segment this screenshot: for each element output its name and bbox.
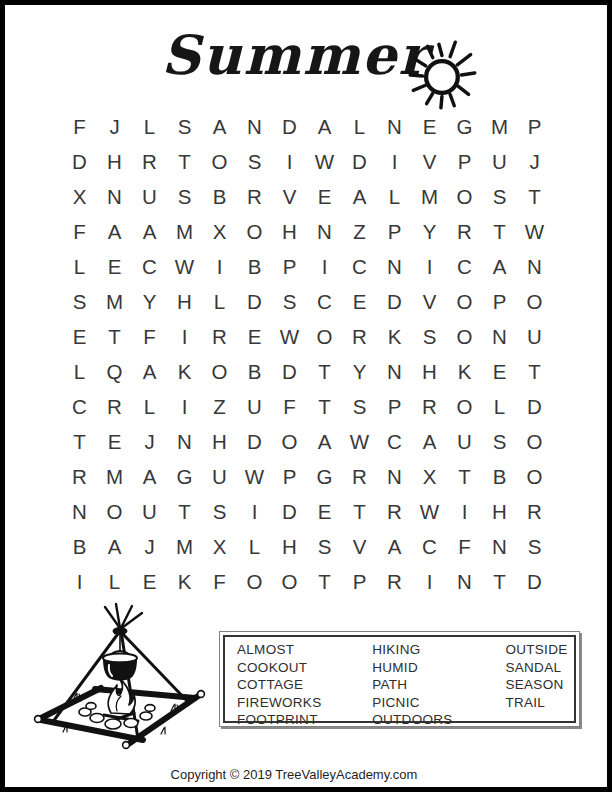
grid-cell-r8c14: T bbox=[517, 354, 552, 389]
grid-cell-r3c1: X bbox=[62, 179, 97, 214]
grid-cell-r2c4: T bbox=[167, 144, 202, 179]
grid-cell-r5c10: N bbox=[377, 249, 412, 284]
grid-cell-r1c12: G bbox=[447, 109, 482, 144]
grid-cell-r13c5: X bbox=[202, 529, 237, 564]
grid-cell-r3c5: B bbox=[202, 179, 237, 214]
grid-cell-r12c9: T bbox=[342, 494, 377, 529]
grid-cell-r6c1: S bbox=[62, 284, 97, 319]
grid-cell-r11c1: R bbox=[62, 459, 97, 494]
grid-cell-r8c2: Q bbox=[97, 354, 132, 389]
grid-cell-r11c8: G bbox=[307, 459, 342, 494]
grid-cell-r2c14: J bbox=[517, 144, 552, 179]
grid-cell-r11c7: P bbox=[272, 459, 307, 494]
grid-cell-r14c7: O bbox=[272, 564, 307, 599]
grid-cell-r14c12: N bbox=[447, 564, 482, 599]
grid-cell-r8c3: A bbox=[132, 354, 167, 389]
grid-cell-r10c6: D bbox=[237, 424, 272, 459]
grid-cell-r10c14: O bbox=[517, 424, 552, 459]
grid-cell-r13c4: M bbox=[167, 529, 202, 564]
grid-cell-r5c9: C bbox=[342, 249, 377, 284]
grid-cell-r2c12: P bbox=[447, 144, 482, 179]
grid-cell-r14c14: D bbox=[517, 564, 552, 599]
grid-cell-r10c9: W bbox=[342, 424, 377, 459]
grid-cell-r1c10: N bbox=[377, 109, 412, 144]
grid-cell-r12c6: I bbox=[237, 494, 272, 529]
letter-grid: FJLSANDALNEGMPDHRTOSIWDIVPUJXNUSBRVEALMO… bbox=[62, 109, 552, 599]
grid-cell-r12c11: W bbox=[412, 494, 447, 529]
word-item: FIREWORKS bbox=[237, 694, 372, 712]
grid-cell-r7c4: I bbox=[167, 319, 202, 354]
grid-cell-r13c11: C bbox=[412, 529, 447, 564]
grid-cell-r1c4: S bbox=[167, 109, 202, 144]
grid-cell-r1c7: D bbox=[272, 109, 307, 144]
grid-cell-r14c3: E bbox=[132, 564, 167, 599]
grid-cell-r10c8: A bbox=[307, 424, 342, 459]
grid-cell-r6c5: L bbox=[202, 284, 237, 319]
grid-cell-r11c4: G bbox=[167, 459, 202, 494]
grid-cell-r13c1: B bbox=[62, 529, 97, 564]
word-item: OUTDOORS bbox=[372, 711, 505, 729]
grid-cell-r3c9: A bbox=[342, 179, 377, 214]
grid-cell-r5c8: I bbox=[307, 249, 342, 284]
grid-cell-r9c14: D bbox=[517, 389, 552, 424]
grid-cell-r10c3: J bbox=[132, 424, 167, 459]
grid-cell-r3c12: O bbox=[447, 179, 482, 214]
grid-cell-r13c6: L bbox=[237, 529, 272, 564]
grid-cell-r7c7: W bbox=[272, 319, 307, 354]
word-list-inner: ALMOSTCOOKOUTCOTTAGEFIREWORKSFOOTPRINT H… bbox=[223, 635, 576, 723]
grid-cell-r2c7: I bbox=[272, 144, 307, 179]
grid-cell-r6c12: O bbox=[447, 284, 482, 319]
grid-cell-r9c11: R bbox=[412, 389, 447, 424]
grid-cell-r11c3: A bbox=[132, 459, 167, 494]
grid-cell-r1c8: A bbox=[307, 109, 342, 144]
word-list-box: ALMOSTCOOKOUTCOTTAGEFIREWORKSFOOTPRINT H… bbox=[219, 631, 580, 727]
grid-cell-r8c1: L bbox=[62, 354, 97, 389]
grid-cell-r4c13: T bbox=[482, 214, 517, 249]
grid-cell-r2c2: H bbox=[97, 144, 132, 179]
grid-cell-r11c13: B bbox=[482, 459, 517, 494]
grid-cell-r11c12: T bbox=[447, 459, 482, 494]
grid-cell-r10c2: E bbox=[97, 424, 132, 459]
grid-cell-r9c1: C bbox=[62, 389, 97, 424]
grid-cell-r12c3: U bbox=[132, 494, 167, 529]
grid-cell-r7c14: U bbox=[517, 319, 552, 354]
grid-cell-r6c7: S bbox=[272, 284, 307, 319]
grid-cell-r3c4: S bbox=[167, 179, 202, 214]
grid-cell-r11c10: N bbox=[377, 459, 412, 494]
grid-cell-r9c5: Z bbox=[202, 389, 237, 424]
grid-cell-r7c12: O bbox=[447, 319, 482, 354]
grid-cell-r8c4: K bbox=[167, 354, 202, 389]
grid-cell-r6c2: M bbox=[97, 284, 132, 319]
grid-cell-r9c3: L bbox=[132, 389, 167, 424]
grid-cell-r13c9: V bbox=[342, 529, 377, 564]
grid-cell-r10c10: C bbox=[377, 424, 412, 459]
grid-cell-r10c7: O bbox=[272, 424, 307, 459]
grid-cell-r12c10: R bbox=[377, 494, 412, 529]
grid-cell-r13c7: H bbox=[272, 529, 307, 564]
grid-cell-r13c2: A bbox=[97, 529, 132, 564]
grid-cell-r7c2: T bbox=[97, 319, 132, 354]
grid-cell-r8c7: D bbox=[272, 354, 307, 389]
grid-cell-r10c4: N bbox=[167, 424, 202, 459]
grid-cell-r9c8: T bbox=[307, 389, 342, 424]
grid-cell-r5c11: I bbox=[412, 249, 447, 284]
word-list-column: ALMOSTCOOKOUTCOTTAGEFIREWORKSFOOTPRINT bbox=[237, 641, 372, 721]
grid-cell-r3c10: L bbox=[377, 179, 412, 214]
word-item: TRAIL bbox=[505, 694, 574, 712]
title-wrap: Summer bbox=[5, 23, 585, 87]
grid-cell-r1c1: F bbox=[62, 109, 97, 144]
grid-cell-r7c6: E bbox=[237, 319, 272, 354]
grid-cell-r4c1: F bbox=[62, 214, 97, 249]
grid-cell-r4c11: Y bbox=[412, 214, 447, 249]
grid-cell-r5c2: E bbox=[97, 249, 132, 284]
word-item: OUTSIDE bbox=[505, 641, 574, 659]
grid-cell-r4c10: P bbox=[377, 214, 412, 249]
grid-cell-r4c12: R bbox=[447, 214, 482, 249]
grid-cell-r1c6: N bbox=[237, 109, 272, 144]
grid-cell-r11c6: W bbox=[237, 459, 272, 494]
grid-cell-r13c14: S bbox=[517, 529, 552, 564]
grid-cell-r14c1: I bbox=[62, 564, 97, 599]
grid-cell-r9c6: U bbox=[237, 389, 272, 424]
grid-cell-r6c9: E bbox=[342, 284, 377, 319]
grid-cell-r5c12: C bbox=[447, 249, 482, 284]
grid-cell-r4c2: A bbox=[97, 214, 132, 249]
grid-cell-r10c13: S bbox=[482, 424, 517, 459]
word-item: SEASON bbox=[505, 676, 574, 694]
grid-cell-r4c3: A bbox=[132, 214, 167, 249]
grid-cell-r7c1: E bbox=[62, 319, 97, 354]
grid-cell-r14c9: P bbox=[342, 564, 377, 599]
grid-cell-r8c12: K bbox=[447, 354, 482, 389]
grid-cell-r3c13: S bbox=[482, 179, 517, 214]
word-item: ALMOST bbox=[237, 641, 372, 659]
grid-cell-r2c1: D bbox=[62, 144, 97, 179]
grid-cell-r11c2: M bbox=[97, 459, 132, 494]
grid-cell-r8c5: O bbox=[202, 354, 237, 389]
copyright-text: Copyright © 2019 TreeValleyAcademy.com bbox=[5, 767, 583, 782]
word-item: HUMID bbox=[372, 659, 505, 677]
grid-cell-r14c6: O bbox=[237, 564, 272, 599]
word-item: PATH bbox=[372, 676, 505, 694]
grid-cell-r11c9: R bbox=[342, 459, 377, 494]
grid-cell-r12c5: S bbox=[202, 494, 237, 529]
grid-cell-r12c13: H bbox=[482, 494, 517, 529]
grid-cell-r4c14: W bbox=[517, 214, 552, 249]
grid-cell-r7c3: F bbox=[132, 319, 167, 354]
grid-cell-r3c8: E bbox=[307, 179, 342, 214]
grid-cell-r2c5: O bbox=[202, 144, 237, 179]
grid-cell-r3c7: V bbox=[272, 179, 307, 214]
grid-cell-r7c13: N bbox=[482, 319, 517, 354]
grid-cell-r12c12: I bbox=[447, 494, 482, 529]
grid-cell-r1c13: M bbox=[482, 109, 517, 144]
grid-cell-r5c14: N bbox=[517, 249, 552, 284]
grid-cell-r14c11: I bbox=[412, 564, 447, 599]
grid-cell-r5c3: C bbox=[132, 249, 167, 284]
grid-cell-r12c2: O bbox=[97, 494, 132, 529]
word-item: SANDAL bbox=[505, 659, 574, 677]
grid-cell-r8c6: B bbox=[237, 354, 272, 389]
word-item: COOKOUT bbox=[237, 659, 372, 677]
grid-cell-r7c8: O bbox=[307, 319, 342, 354]
grid-cell-r14c2: L bbox=[97, 564, 132, 599]
grid-cell-r6c6: D bbox=[237, 284, 272, 319]
grid-cell-r5c13: A bbox=[482, 249, 517, 284]
grid-cell-r13c13: N bbox=[482, 529, 517, 564]
grid-cell-r6c13: P bbox=[482, 284, 517, 319]
grid-cell-r10c5: H bbox=[202, 424, 237, 459]
grid-cell-r10c12: U bbox=[447, 424, 482, 459]
grid-cell-r14c13: T bbox=[482, 564, 517, 599]
grid-cell-r9c9: S bbox=[342, 389, 377, 424]
grid-cell-r11c14: O bbox=[517, 459, 552, 494]
grid-cell-r9c2: R bbox=[97, 389, 132, 424]
grid-cell-r13c8: S bbox=[307, 529, 342, 564]
grid-cell-r5c7: P bbox=[272, 249, 307, 284]
grid-cell-r2c6: S bbox=[237, 144, 272, 179]
page-title: Summer bbox=[161, 23, 428, 87]
grid-cell-r9c4: I bbox=[167, 389, 202, 424]
grid-cell-r6c8: C bbox=[307, 284, 342, 319]
grid-cell-r5c1: L bbox=[62, 249, 97, 284]
grid-cell-r13c3: J bbox=[132, 529, 167, 564]
grid-cell-r5c6: B bbox=[237, 249, 272, 284]
grid-cell-r1c11: E bbox=[412, 109, 447, 144]
word-item: COTTAGE bbox=[237, 676, 372, 694]
grid-cell-r9c7: F bbox=[272, 389, 307, 424]
grid-cell-r7c5: R bbox=[202, 319, 237, 354]
grid-cell-r14c4: K bbox=[167, 564, 202, 599]
grid-cell-r14c5: F bbox=[202, 564, 237, 599]
grid-cell-r12c7: D bbox=[272, 494, 307, 529]
grid-cell-r7c9: R bbox=[342, 319, 377, 354]
grid-cell-r1c14: P bbox=[517, 109, 552, 144]
grid-cell-r8c10: N bbox=[377, 354, 412, 389]
grid-cell-r4c4: M bbox=[167, 214, 202, 249]
grid-cell-r2c8: W bbox=[307, 144, 342, 179]
grid-cell-r1c2: J bbox=[97, 109, 132, 144]
grid-cell-r4c6: O bbox=[237, 214, 272, 249]
word-list-column: HIKINGHUMIDPATHPICNICOUTDOORS bbox=[372, 641, 505, 721]
grid-cell-r12c1: N bbox=[62, 494, 97, 529]
grid-cell-r2c9: D bbox=[342, 144, 377, 179]
puzzle-page: Summer FJLSANDALNEGMPDHRTOSIWDIVPUJXNUSB… bbox=[0, 0, 612, 792]
grid-cell-r7c11: S bbox=[412, 319, 447, 354]
grid-cell-r6c11: V bbox=[412, 284, 447, 319]
grid-cell-r8c9: Y bbox=[342, 354, 377, 389]
grid-cell-r2c3: R bbox=[132, 144, 167, 179]
word-item: PICNIC bbox=[372, 694, 505, 712]
grid-cell-r3c14: T bbox=[517, 179, 552, 214]
grid-cell-r11c5: U bbox=[202, 459, 237, 494]
grid-cell-r4c7: H bbox=[272, 214, 307, 249]
grid-cell-r1c9: L bbox=[342, 109, 377, 144]
grid-cell-r12c14: R bbox=[517, 494, 552, 529]
grid-cell-r13c10: A bbox=[377, 529, 412, 564]
grid-cell-r6c14: O bbox=[517, 284, 552, 319]
grid-cell-r12c8: E bbox=[307, 494, 342, 529]
grid-cell-r14c8: T bbox=[307, 564, 342, 599]
grid-cell-r6c4: H bbox=[167, 284, 202, 319]
grid-cell-r2c10: I bbox=[377, 144, 412, 179]
grid-cell-r5c5: I bbox=[202, 249, 237, 284]
grid-cell-r6c10: D bbox=[377, 284, 412, 319]
grid-cell-r1c3: L bbox=[132, 109, 167, 144]
grid-cell-r10c11: A bbox=[412, 424, 447, 459]
grid-cell-r6c3: Y bbox=[132, 284, 167, 319]
word-item: FOOTPRINT bbox=[237, 711, 372, 729]
grid-cell-r13c12: F bbox=[447, 529, 482, 564]
grid-cell-r1c5: A bbox=[202, 109, 237, 144]
grid-cell-r4c8: N bbox=[307, 214, 342, 249]
grid-cell-r4c5: X bbox=[202, 214, 237, 249]
grid-cell-r9c13: L bbox=[482, 389, 517, 424]
word-item: HIKING bbox=[372, 641, 505, 659]
word-list-column: OUTSIDESANDALSEASONTRAIL bbox=[505, 641, 574, 721]
grid-cell-r10c1: T bbox=[62, 424, 97, 459]
grid-cell-r11c11: X bbox=[412, 459, 447, 494]
grid-cell-r9c10: P bbox=[377, 389, 412, 424]
grid-cell-r14c10: R bbox=[377, 564, 412, 599]
grid-cell-r8c13: E bbox=[482, 354, 517, 389]
grid-cell-r3c3: U bbox=[132, 179, 167, 214]
grid-cell-r3c11: M bbox=[412, 179, 447, 214]
grid-cell-r4c9: Z bbox=[342, 214, 377, 249]
sun-icon bbox=[401, 35, 487, 113]
grid-cell-r8c11: H bbox=[412, 354, 447, 389]
grid-cell-r3c6: R bbox=[237, 179, 272, 214]
grid-cell-r9c12: O bbox=[447, 389, 482, 424]
grid-cell-r2c13: U bbox=[482, 144, 517, 179]
grid-cell-r2c11: V bbox=[412, 144, 447, 179]
grid-cell-r8c8: T bbox=[307, 354, 342, 389]
grid-cell-r5c4: W bbox=[167, 249, 202, 284]
grid-cell-r3c2: N bbox=[97, 179, 132, 214]
campfire-illustration bbox=[25, 601, 223, 763]
grid-cell-r7c10: K bbox=[377, 319, 412, 354]
grid-cell-r12c4: T bbox=[167, 494, 202, 529]
